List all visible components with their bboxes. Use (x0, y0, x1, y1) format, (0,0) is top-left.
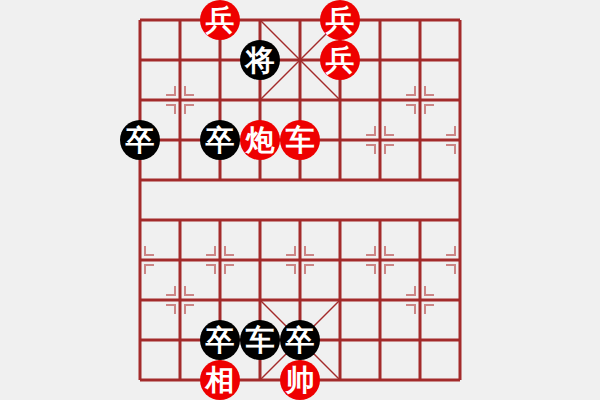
xiangqi-board[interactable]: 兵兵将兵卒卒炮车卒车卒相帅 (120, 0, 480, 400)
piece-red-general[interactable]: 帅 (280, 360, 320, 400)
piece-red-elephant[interactable]: 相 (200, 360, 240, 400)
piece-black-chariot[interactable]: 车 (240, 320, 280, 360)
piece-black-soldier[interactable]: 卒 (200, 320, 240, 360)
piece-red-cannon[interactable]: 炮 (240, 120, 280, 160)
piece-red-chariot[interactable]: 车 (280, 120, 320, 160)
piece-black-soldier[interactable]: 卒 (280, 320, 320, 360)
piece-red-soldier[interactable]: 兵 (200, 0, 240, 40)
piece-black-soldier[interactable]: 卒 (120, 120, 160, 160)
piece-red-soldier[interactable]: 兵 (320, 0, 360, 40)
piece-black-soldier[interactable]: 卒 (200, 120, 240, 160)
piece-black-general[interactable]: 将 (240, 40, 280, 80)
xiangqi-app: 兵兵将兵卒卒炮车卒车卒相帅 (0, 0, 600, 400)
piece-red-soldier[interactable]: 兵 (320, 40, 360, 80)
